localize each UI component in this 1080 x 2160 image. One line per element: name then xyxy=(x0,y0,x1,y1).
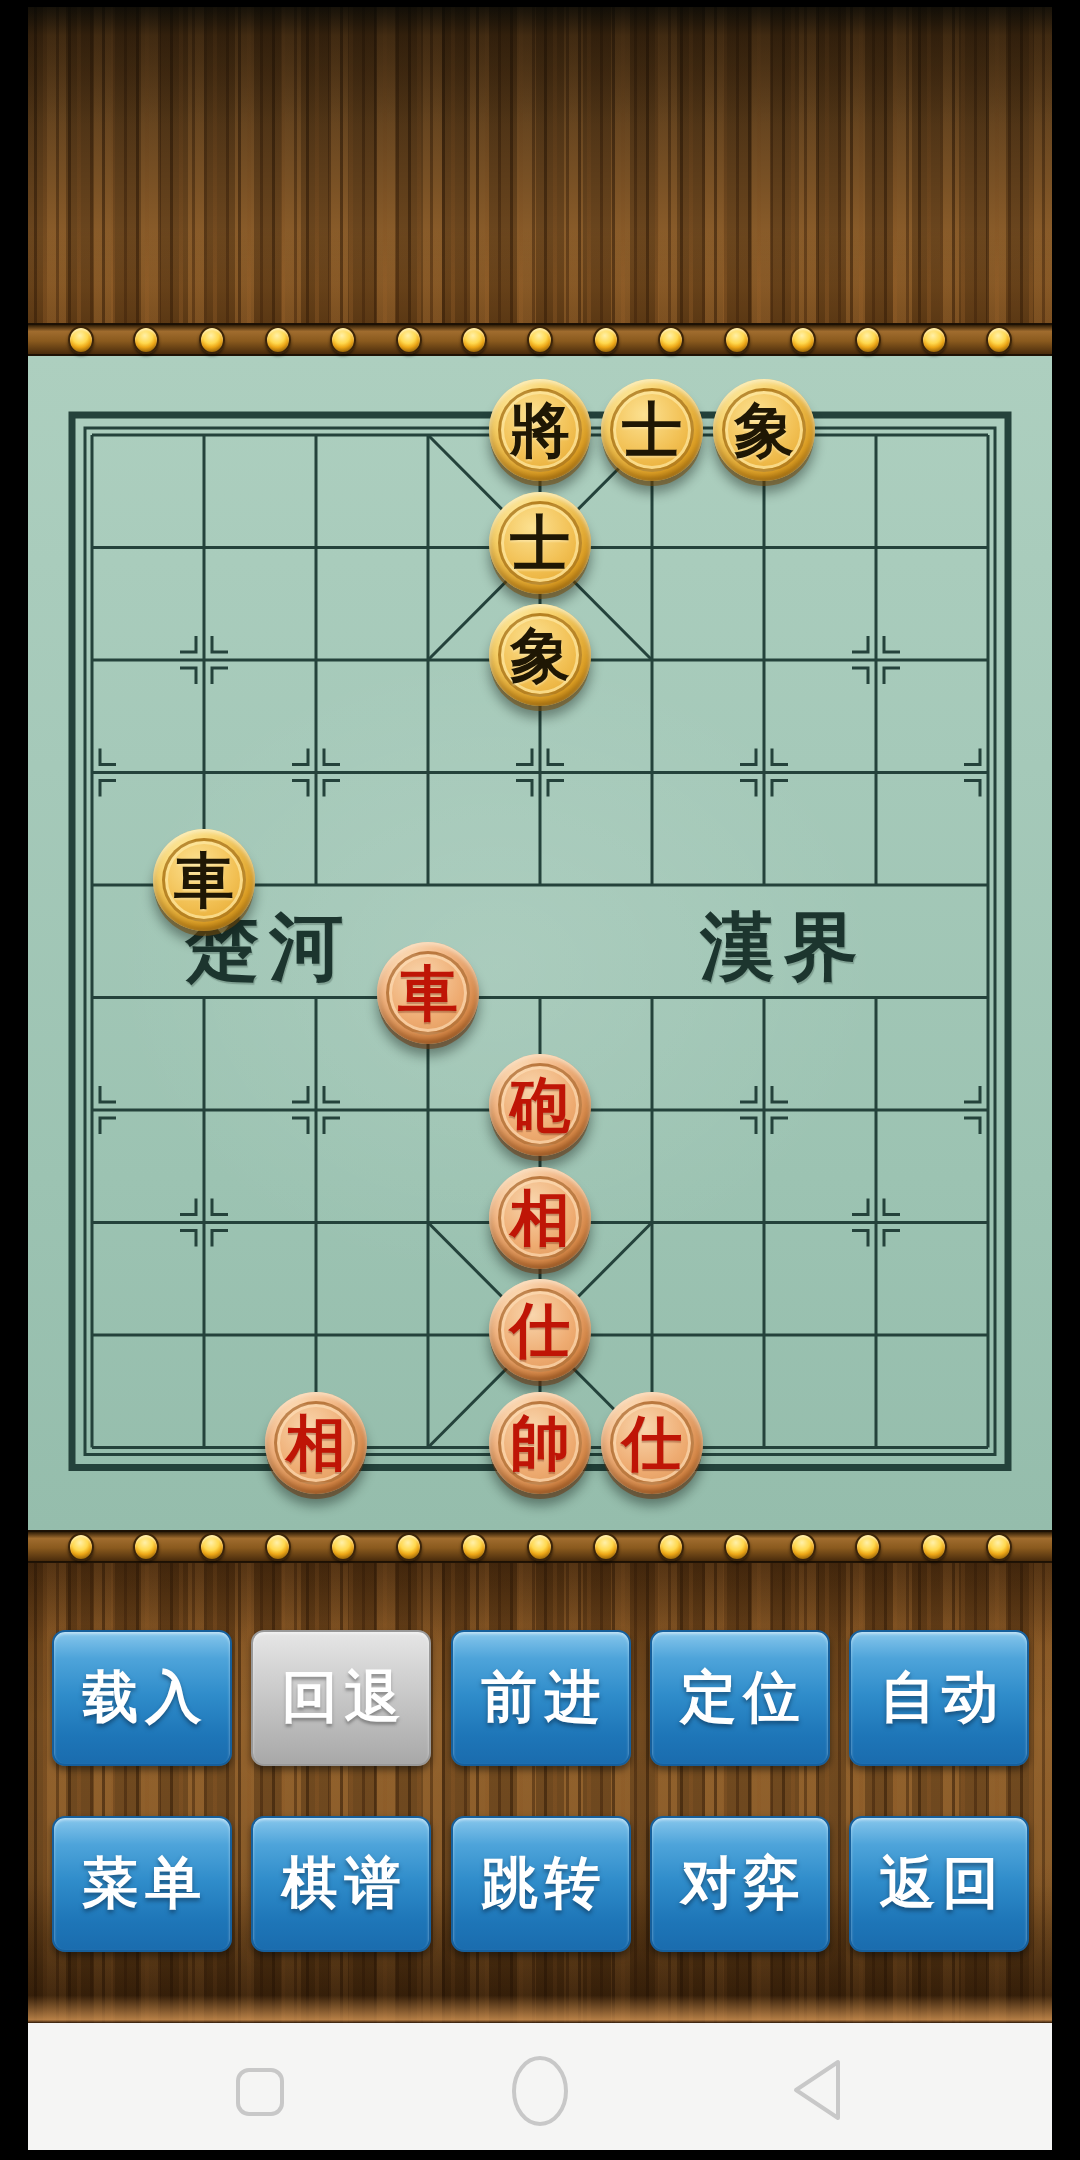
gold-stud-icon xyxy=(921,1533,947,1561)
gold-stud-icon xyxy=(986,1533,1012,1561)
piece-red-cannon[interactable]: 砲 xyxy=(489,1054,591,1156)
piece-black-elephant[interactable]: 象 xyxy=(713,379,815,481)
gold-stud-icon xyxy=(921,326,947,354)
piece-black-advisor[interactable]: 士 xyxy=(489,492,591,594)
gold-stud-icon xyxy=(68,1533,94,1561)
stud-strip-top xyxy=(28,323,1052,356)
piece-glyph: 帥 xyxy=(510,1413,570,1473)
forward-button[interactable]: 前进 xyxy=(451,1630,631,1766)
gold-stud-icon xyxy=(265,326,291,354)
piece-glyph: 士 xyxy=(622,400,682,460)
app-screen: 楚河 漢界 將士象士象車車砲相仕相帥仕 载入回退前进定位自动菜单棋谱跳转对弈返回 xyxy=(0,0,1080,2160)
piece-glyph: 車 xyxy=(174,850,234,910)
gold-stud-icon xyxy=(855,326,881,354)
piece-glyph: 將 xyxy=(510,400,570,460)
wood-panel-top xyxy=(0,0,1080,356)
gold-stud-icon xyxy=(593,326,619,354)
piece-glyph: 車 xyxy=(398,963,458,1023)
back-triangle-icon[interactable] xyxy=(788,2054,852,2126)
gold-stud-icon xyxy=(461,326,487,354)
piece-black-advisor[interactable]: 士 xyxy=(601,379,703,481)
gold-stud-icon xyxy=(265,1533,291,1561)
piece-glyph: 象 xyxy=(734,400,794,460)
gold-stud-icon xyxy=(527,326,553,354)
return-button[interactable]: 返回 xyxy=(849,1816,1029,1952)
gold-stud-icon xyxy=(790,326,816,354)
gold-stud-icon xyxy=(790,1533,816,1561)
screen-edge-left xyxy=(0,0,28,2160)
piece-black-chariot[interactable]: 車 xyxy=(153,829,255,931)
piece-red-elephant[interactable]: 相 xyxy=(265,1392,367,1494)
river-label-han-jie: 漢界 xyxy=(700,896,868,996)
gold-stud-icon xyxy=(658,1533,684,1561)
piece-red-advisor[interactable]: 仕 xyxy=(601,1392,703,1494)
piece-red-elephant[interactable]: 相 xyxy=(489,1167,591,1269)
recents-square-icon[interactable] xyxy=(232,2064,288,2120)
menu-button[interactable]: 菜单 xyxy=(52,1816,232,1952)
piece-black-general[interactable]: 將 xyxy=(489,379,591,481)
gold-stud-icon xyxy=(133,1533,159,1561)
gold-stud-icon xyxy=(724,326,750,354)
piece-glyph: 砲 xyxy=(510,1075,570,1135)
play-button[interactable]: 对弈 xyxy=(650,1816,830,1952)
piece-red-chariot[interactable]: 車 xyxy=(377,942,479,1044)
gold-stud-icon xyxy=(199,1533,225,1561)
xiangqi-board: 楚河 漢界 將士象士象車車砲相仕相帥仕 xyxy=(0,356,1080,1530)
piece-glyph: 士 xyxy=(510,513,570,573)
gold-stud-icon xyxy=(396,326,422,354)
gold-stud-icon xyxy=(133,326,159,354)
home-circle-icon[interactable] xyxy=(504,2051,576,2131)
load-button[interactable]: 载入 xyxy=(52,1630,232,1766)
piece-red-advisor[interactable]: 仕 xyxy=(489,1279,591,1381)
gold-stud-icon xyxy=(855,1533,881,1561)
gold-stud-icon xyxy=(658,326,684,354)
gold-stud-icon xyxy=(593,1533,619,1561)
gold-stud-icon xyxy=(461,1533,487,1561)
undo-button[interactable]: 回退 xyxy=(251,1630,431,1766)
piece-glyph: 仕 xyxy=(622,1413,682,1473)
gold-stud-icon xyxy=(68,326,94,354)
piece-black-elephant[interactable]: 象 xyxy=(489,604,591,706)
gold-stud-icon xyxy=(396,1533,422,1561)
piece-red-general[interactable]: 帥 xyxy=(489,1392,591,1494)
android-navbar xyxy=(0,2023,1080,2150)
bottom-sliver xyxy=(0,2150,1080,2160)
gold-stud-icon xyxy=(986,326,1012,354)
stud-strip-bottom xyxy=(28,1530,1052,1563)
piece-glyph: 相 xyxy=(286,1413,346,1473)
screen-edge-right xyxy=(1052,0,1080,2160)
gold-stud-icon xyxy=(330,326,356,354)
gold-stud-icon xyxy=(724,1533,750,1561)
gold-stud-icon xyxy=(527,1533,553,1561)
auto-button[interactable]: 自动 xyxy=(849,1630,1029,1766)
locate-button[interactable]: 定位 xyxy=(650,1630,830,1766)
status-sliver xyxy=(0,0,1080,7)
gold-stud-icon xyxy=(199,326,225,354)
gold-stud-icon xyxy=(330,1533,356,1561)
piece-glyph: 仕 xyxy=(510,1300,570,1360)
jump-button[interactable]: 跳转 xyxy=(451,1816,631,1952)
piece-glyph: 相 xyxy=(510,1188,570,1248)
game-record-button[interactable]: 棋谱 xyxy=(251,1816,431,1952)
piece-glyph: 象 xyxy=(510,625,570,685)
